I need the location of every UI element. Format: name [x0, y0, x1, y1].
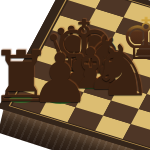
piece-black-knight-near: ♞: [91, 36, 150, 106]
pieces-layer: ♚♛♚♞♟♝♟♜♟♞: [0, 0, 150, 150]
chess-set-photo: ♚♛♚♞♟♝♟♜♟♞: [0, 0, 150, 150]
piece-black-pawn-front: ♟: [30, 45, 91, 113]
